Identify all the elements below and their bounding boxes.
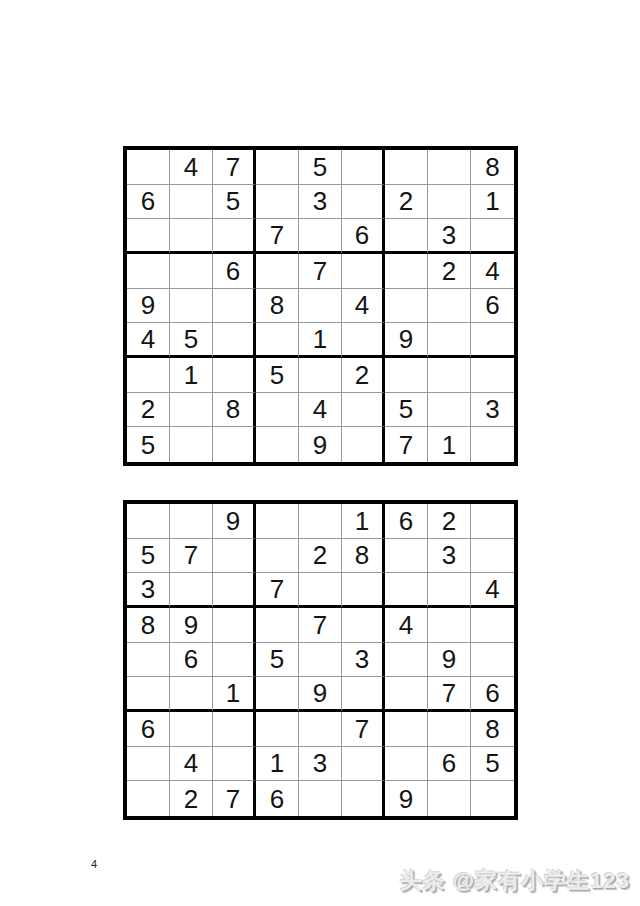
sudoku-grid-top: 475865321763672498464519152284535971 [123, 146, 518, 466]
sudoku-cell-r2c3 [213, 539, 256, 574]
sudoku-cell-r7c5 [299, 358, 342, 393]
sudoku-cell-r1c1 [127, 504, 170, 539]
sudoku-cell-r7c8 [428, 358, 471, 393]
sudoku-cell-r4c6 [342, 254, 385, 289]
sudoku-cell-r3c4: 7 [256, 573, 299, 608]
sudoku-cell-r3c7 [385, 219, 428, 254]
sudoku-cell-r3c3 [213, 573, 256, 608]
sudoku-cell-r5c5 [299, 643, 342, 678]
sudoku-cell-r7c2 [170, 712, 213, 747]
sudoku-cell-r7c9 [471, 358, 514, 393]
sudoku-cell-r5c5 [299, 289, 342, 324]
sudoku-cell-r9c5 [299, 781, 342, 816]
sudoku-cell-r6c2: 5 [170, 323, 213, 358]
sudoku-cell-r6c9: 6 [471, 677, 514, 712]
sudoku-cell-r7c7 [385, 712, 428, 747]
sudoku-cell-r1c5 [299, 504, 342, 539]
sudoku-cell-r8c6 [342, 747, 385, 782]
sudoku-cell-r1c6: 1 [342, 504, 385, 539]
sudoku-cell-r5c9 [471, 643, 514, 678]
sudoku-cell-r4c7 [385, 254, 428, 289]
sudoku-cell-r2c2 [170, 185, 213, 220]
sudoku-cell-r1c4 [256, 504, 299, 539]
sudoku-cell-r4c2: 9 [170, 608, 213, 643]
sudoku-cell-r7c1 [127, 358, 170, 393]
sudoku-cell-r1c4 [256, 150, 299, 185]
sudoku-cell-r6c6 [342, 323, 385, 358]
sudoku-cell-r6c6 [342, 677, 385, 712]
sudoku-cell-r1c5: 5 [299, 150, 342, 185]
sudoku-cell-r2c4 [256, 185, 299, 220]
sudoku-cell-r8c2 [170, 393, 213, 428]
sudoku-cell-r3c6: 6 [342, 219, 385, 254]
sudoku-cell-r1c9 [471, 504, 514, 539]
sudoku-cell-r8c9: 5 [471, 747, 514, 782]
sudoku-cell-r6c1 [127, 677, 170, 712]
sudoku-cell-r1c3: 7 [213, 150, 256, 185]
sudoku-cell-r5c4: 5 [256, 643, 299, 678]
watermark: 头条 @家有小学生123 [400, 866, 630, 896]
sudoku-cell-r5c7 [385, 643, 428, 678]
sudoku-cell-r8c4: 1 [256, 747, 299, 782]
sudoku-cell-r4c4 [256, 254, 299, 289]
sudoku-cell-r5c8 [428, 289, 471, 324]
sudoku-cell-r7c6: 2 [342, 358, 385, 393]
sudoku-cell-r3c1 [127, 219, 170, 254]
sudoku-cell-r9c2 [170, 427, 213, 462]
sudoku-cell-r3c9: 4 [471, 573, 514, 608]
sudoku-cell-r1c9: 8 [471, 150, 514, 185]
sudoku-cell-r5c6: 4 [342, 289, 385, 324]
sudoku-cell-r7c8 [428, 712, 471, 747]
sudoku-cell-r5c8: 9 [428, 643, 471, 678]
sudoku-cell-r3c6 [342, 573, 385, 608]
sudoku-cell-r8c2: 4 [170, 747, 213, 782]
sudoku-cell-r4c5: 7 [299, 608, 342, 643]
sudoku-cell-r8c7 [385, 747, 428, 782]
sudoku-cell-r9c1: 5 [127, 427, 170, 462]
sudoku-cell-r5c2 [170, 289, 213, 324]
sudoku-cell-r5c7 [385, 289, 428, 324]
sudoku-cell-r1c7 [385, 150, 428, 185]
sudoku-cell-r6c4 [256, 323, 299, 358]
sudoku-cell-r4c6 [342, 608, 385, 643]
sudoku-cell-r9c7: 7 [385, 427, 428, 462]
sudoku-cell-r6c5: 1 [299, 323, 342, 358]
sudoku-cell-r1c2: 4 [170, 150, 213, 185]
sudoku-cell-r6c7: 9 [385, 323, 428, 358]
worksheet-page: 475865321763672498464519152284535971 916… [0, 0, 640, 906]
sudoku-cell-r6c2 [170, 677, 213, 712]
sudoku-cell-r4c1 [127, 254, 170, 289]
sudoku-cell-r5c6: 3 [342, 643, 385, 678]
sudoku-cell-r2c6: 8 [342, 539, 385, 574]
sudoku-cell-r1c1 [127, 150, 170, 185]
sudoku-cell-r2c9 [471, 539, 514, 574]
sudoku-cell-r1c8 [428, 150, 471, 185]
sudoku-cell-r7c3 [213, 358, 256, 393]
sudoku-cell-r2c5: 3 [299, 185, 342, 220]
sudoku-cell-r4c8: 2 [428, 254, 471, 289]
sudoku-cell-r5c3 [213, 289, 256, 324]
sudoku-cell-r3c3 [213, 219, 256, 254]
sudoku-cell-r4c1: 8 [127, 608, 170, 643]
sudoku-cell-r1c2 [170, 504, 213, 539]
sudoku-cell-r7c5 [299, 712, 342, 747]
sudoku-cell-r9c8: 1 [428, 427, 471, 462]
sudoku-cell-r8c5: 3 [299, 747, 342, 782]
sudoku-cell-r9c6 [342, 781, 385, 816]
sudoku-cell-r3c9 [471, 219, 514, 254]
sudoku-cell-r7c6: 7 [342, 712, 385, 747]
sudoku-cell-r2c5: 2 [299, 539, 342, 574]
sudoku-cell-r8c1 [127, 747, 170, 782]
sudoku-cell-r2c6 [342, 185, 385, 220]
sudoku-cell-r2c4 [256, 539, 299, 574]
sudoku-cell-r9c4: 6 [256, 781, 299, 816]
sudoku-cell-r6c4 [256, 677, 299, 712]
sudoku-cell-r6c5: 9 [299, 677, 342, 712]
sudoku-cell-r9c2: 2 [170, 781, 213, 816]
sudoku-cell-r4c9 [471, 608, 514, 643]
sudoku-cell-r6c8 [428, 323, 471, 358]
sudoku-cell-r7c9: 8 [471, 712, 514, 747]
sudoku-cell-r7c3 [213, 712, 256, 747]
sudoku-cell-r9c9 [471, 427, 514, 462]
sudoku-cell-r3c7 [385, 573, 428, 608]
sudoku-cell-r3c5 [299, 219, 342, 254]
sudoku-cell-r3c2 [170, 573, 213, 608]
sudoku-cell-r6c9 [471, 323, 514, 358]
sudoku-cell-r2c7 [385, 539, 428, 574]
sudoku-cell-r8c7: 5 [385, 393, 428, 428]
sudoku-cell-r5c1: 9 [127, 289, 170, 324]
sudoku-cell-r8c5: 4 [299, 393, 342, 428]
sudoku-cell-r5c3 [213, 643, 256, 678]
sudoku-cell-r2c7: 2 [385, 185, 428, 220]
sudoku-cell-r3c4: 7 [256, 219, 299, 254]
sudoku-cell-r9c3 [213, 427, 256, 462]
sudoku-cell-r2c8: 3 [428, 539, 471, 574]
sudoku-cell-r2c1: 5 [127, 539, 170, 574]
sudoku-cell-r5c4: 8 [256, 289, 299, 324]
sudoku-cell-r7c1: 6 [127, 712, 170, 747]
sudoku-cell-r3c5 [299, 573, 342, 608]
sudoku-cell-r4c9: 4 [471, 254, 514, 289]
sudoku-cell-r4c3 [213, 608, 256, 643]
sudoku-cell-r5c2: 6 [170, 643, 213, 678]
sudoku-cell-r7c2: 1 [170, 358, 213, 393]
sudoku-cell-r7c7 [385, 358, 428, 393]
sudoku-cell-r8c4 [256, 393, 299, 428]
sudoku-cell-r2c9: 1 [471, 185, 514, 220]
sudoku-cell-r8c8 [428, 393, 471, 428]
sudoku-cell-r6c1: 4 [127, 323, 170, 358]
sudoku-cell-r6c3 [213, 323, 256, 358]
sudoku-cell-r1c3: 9 [213, 504, 256, 539]
sudoku-cell-r8c3: 8 [213, 393, 256, 428]
sudoku-cell-r4c4 [256, 608, 299, 643]
sudoku-cell-r8c1: 2 [127, 393, 170, 428]
sudoku-cell-r3c2 [170, 219, 213, 254]
sudoku-cell-r2c8 [428, 185, 471, 220]
sudoku-cell-r1c7: 6 [385, 504, 428, 539]
sudoku-cell-r8c3 [213, 747, 256, 782]
sudoku-cell-r8c8: 6 [428, 747, 471, 782]
sudoku-cell-r3c1: 3 [127, 573, 170, 608]
sudoku-cell-r1c6 [342, 150, 385, 185]
sudoku-cell-r9c3: 7 [213, 781, 256, 816]
sudoku-cell-r1c8: 2 [428, 504, 471, 539]
sudoku-cell-r3c8 [428, 573, 471, 608]
sudoku-cell-r4c2 [170, 254, 213, 289]
sudoku-cell-r5c9: 6 [471, 289, 514, 324]
sudoku-cell-r4c8 [428, 608, 471, 643]
sudoku-cell-r3c8: 3 [428, 219, 471, 254]
sudoku-cell-r6c3: 1 [213, 677, 256, 712]
sudoku-cell-r9c4 [256, 427, 299, 462]
sudoku-cell-r7c4 [256, 712, 299, 747]
sudoku-cell-r5c1 [127, 643, 170, 678]
sudoku-cell-r9c1 [127, 781, 170, 816]
sudoku-cell-r7c4: 5 [256, 358, 299, 393]
sudoku-cell-r9c8 [428, 781, 471, 816]
sudoku-cell-r9c7: 9 [385, 781, 428, 816]
sudoku-cell-r6c8: 7 [428, 677, 471, 712]
sudoku-cell-r4c5: 7 [299, 254, 342, 289]
sudoku-cell-r2c3: 5 [213, 185, 256, 220]
sudoku-cell-r9c5: 9 [299, 427, 342, 462]
sudoku-cell-r9c6 [342, 427, 385, 462]
sudoku-cell-r6c7 [385, 677, 428, 712]
sudoku-cell-r8c6 [342, 393, 385, 428]
sudoku-cell-r8c9: 3 [471, 393, 514, 428]
sudoku-grid-bottom: 916257283374897465391976678413652769 [123, 500, 518, 820]
sudoku-cell-r4c7: 4 [385, 608, 428, 643]
sudoku-cell-r9c9 [471, 781, 514, 816]
sudoku-cell-r4c3: 6 [213, 254, 256, 289]
sudoku-cell-r2c2: 7 [170, 539, 213, 574]
sudoku-cell-r2c1: 6 [127, 185, 170, 220]
page-number: 4 [91, 858, 97, 870]
